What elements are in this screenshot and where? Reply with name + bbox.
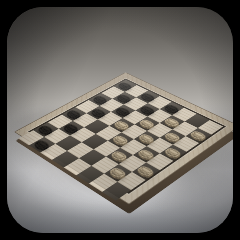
app-icon[interactable]: ⛂⛂⛂⛂⛂⛂⛂⛂⛂⛂⛂⛂⛂⛂⛂⛂⛂⛂⛂⛂⛂⛂⛂⛂ xyxy=(0,0,240,240)
scene-background: ⛂⛂⛂⛂⛂⛂⛂⛂⛂⛂⛂⛂⛂⛂⛂⛂⛂⛂⛂⛂⛂⛂⛂⛂ xyxy=(7,7,233,233)
